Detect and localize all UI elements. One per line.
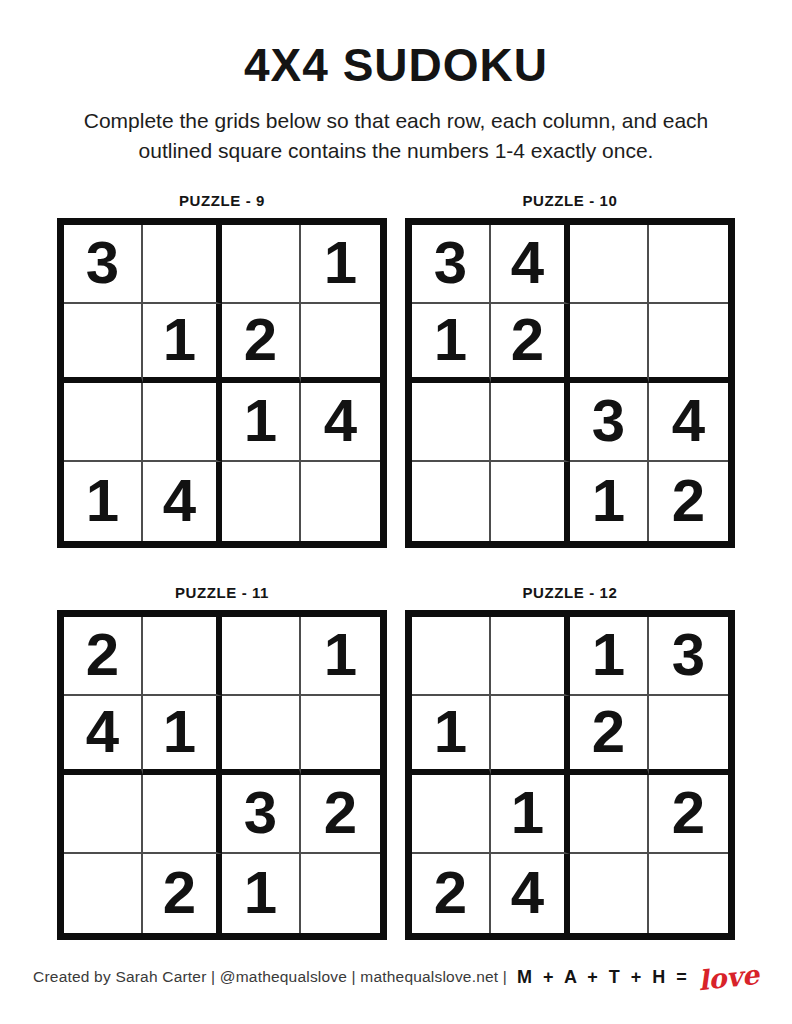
sudoku-cell-r1c3[interactable] bbox=[222, 617, 301, 696]
credit-text: Created by Sarah Carter | @mathequalslov… bbox=[33, 968, 507, 986]
puzzle-10-title: PUZZLE - 10 bbox=[523, 192, 618, 209]
sudoku-cell-r4c3: 1 bbox=[570, 462, 649, 541]
puzzle-11-board: 21413221 bbox=[57, 610, 387, 940]
math-equals-brand: M + A + T + H = bbox=[517, 967, 690, 988]
sudoku-cell-r1c2[interactable] bbox=[143, 617, 222, 696]
sudoku-cell-r2c4[interactable] bbox=[301, 304, 380, 383]
sudoku-cell-r1c4: 1 bbox=[301, 617, 380, 696]
sudoku-cell-r4c3[interactable] bbox=[570, 854, 649, 933]
sudoku-cell-r1c1[interactable] bbox=[412, 617, 491, 696]
sudoku-cell-r3c2: 1 bbox=[491, 775, 570, 854]
sudoku-cell-r2c3: 2 bbox=[570, 696, 649, 775]
sudoku-cell-r3c3: 3 bbox=[570, 383, 649, 462]
sudoku-cell-r2c3[interactable] bbox=[570, 304, 649, 383]
sudoku-cell-r4c4[interactable] bbox=[301, 854, 380, 933]
sudoku-cell-r3c4: 4 bbox=[649, 383, 728, 462]
puzzle-9-board: 31121414 bbox=[57, 218, 387, 548]
sudoku-cell-r4c1[interactable] bbox=[64, 854, 143, 933]
sudoku-cell-r1c4[interactable] bbox=[649, 225, 728, 304]
sudoku-cell-r1c2[interactable] bbox=[491, 617, 570, 696]
sudoku-cell-r4c2: 2 bbox=[143, 854, 222, 933]
sudoku-cell-r2c3[interactable] bbox=[222, 696, 301, 775]
sudoku-cell-r3c3: 3 bbox=[222, 775, 301, 854]
sudoku-cell-r4c2: 4 bbox=[491, 854, 570, 933]
sudoku-cell-r2c2[interactable] bbox=[491, 696, 570, 775]
sudoku-cell-r4c4[interactable] bbox=[649, 854, 728, 933]
worksheet-page: 4X4 SUDOKU Complete the grids below so t… bbox=[0, 0, 792, 1024]
sudoku-cell-r3c1[interactable] bbox=[412, 775, 491, 854]
sudoku-cell-r1c1: 3 bbox=[64, 225, 143, 304]
puzzle-9-title: PUZZLE - 9 bbox=[179, 192, 265, 209]
sudoku-cell-r3c2[interactable] bbox=[143, 383, 222, 462]
sudoku-cell-r3c1[interactable] bbox=[412, 383, 491, 462]
sudoku-cell-r2c1: 1 bbox=[412, 304, 491, 383]
sudoku-cell-r4c2[interactable] bbox=[491, 462, 570, 541]
sudoku-cell-r4c3[interactable] bbox=[222, 462, 301, 541]
sudoku-cell-r4c1[interactable] bbox=[412, 462, 491, 541]
sudoku-cell-r4c4[interactable] bbox=[301, 462, 380, 541]
sudoku-cell-r4c4: 2 bbox=[649, 462, 728, 541]
sudoku-cell-r3c3[interactable] bbox=[570, 775, 649, 854]
sudoku-cell-r4c1: 2 bbox=[412, 854, 491, 933]
sudoku-cell-r2c2: 1 bbox=[143, 304, 222, 383]
sudoku-cell-r4c2: 4 bbox=[143, 462, 222, 541]
sudoku-cell-r1c1: 3 bbox=[412, 225, 491, 304]
page-title: 4X4 SUDOKU bbox=[0, 0, 792, 92]
sudoku-cell-r1c2[interactable] bbox=[143, 225, 222, 304]
sudoku-cell-r2c1[interactable] bbox=[64, 304, 143, 383]
puzzle-10-board: 34123412 bbox=[405, 218, 735, 548]
sudoku-cell-r3c4: 4 bbox=[301, 383, 380, 462]
puzzle-12-title: PUZZLE - 12 bbox=[523, 584, 618, 601]
sudoku-cell-r2c3: 2 bbox=[222, 304, 301, 383]
sudoku-cell-r2c4[interactable] bbox=[649, 696, 728, 775]
sudoku-cell-r1c4: 1 bbox=[301, 225, 380, 304]
sudoku-cell-r4c1: 1 bbox=[64, 462, 143, 541]
sudoku-cell-r1c3: 1 bbox=[570, 617, 649, 696]
sudoku-cell-r2c4[interactable] bbox=[649, 304, 728, 383]
sudoku-cell-r2c2: 2 bbox=[491, 304, 570, 383]
puzzle-11-title: PUZZLE - 11 bbox=[175, 584, 269, 601]
sudoku-cell-r2c4[interactable] bbox=[301, 696, 380, 775]
sudoku-cell-r1c3[interactable] bbox=[222, 225, 301, 304]
puzzle-11-block: PUZZLE - 11 21413221 bbox=[57, 584, 387, 940]
sudoku-cell-r3c4: 2 bbox=[649, 775, 728, 854]
sudoku-cell-r3c3: 1 bbox=[222, 383, 301, 462]
sudoku-cell-r4c3: 1 bbox=[222, 854, 301, 933]
sudoku-cell-r3c1[interactable] bbox=[64, 383, 143, 462]
puzzle-9-block: PUZZLE - 9 31121414 bbox=[57, 192, 387, 548]
sudoku-cell-r1c2: 4 bbox=[491, 225, 570, 304]
love-script-logo: love bbox=[696, 959, 760, 996]
sudoku-cell-r2c1: 1 bbox=[412, 696, 491, 775]
sudoku-cell-r1c3[interactable] bbox=[570, 225, 649, 304]
sudoku-cell-r3c4: 2 bbox=[301, 775, 380, 854]
sudoku-cell-r2c2: 1 bbox=[143, 696, 222, 775]
puzzle-grid-area: PUZZLE - 9 31121414 PUZZLE - 10 34123412… bbox=[0, 192, 792, 940]
instructions-text: Complete the grids below so that each ro… bbox=[60, 106, 732, 166]
sudoku-cell-r1c4: 3 bbox=[649, 617, 728, 696]
puzzle-12-board: 13121224 bbox=[405, 610, 735, 940]
sudoku-cell-r3c2[interactable] bbox=[143, 775, 222, 854]
puzzle-10-block: PUZZLE - 10 34123412 bbox=[405, 192, 735, 548]
puzzle-12-block: PUZZLE - 12 13121224 bbox=[405, 584, 735, 940]
sudoku-cell-r2c1: 4 bbox=[64, 696, 143, 775]
footer: Created by Sarah Carter | @mathequalslov… bbox=[0, 962, 792, 993]
sudoku-cell-r1c1: 2 bbox=[64, 617, 143, 696]
sudoku-cell-r3c1[interactable] bbox=[64, 775, 143, 854]
sudoku-cell-r3c2[interactable] bbox=[491, 383, 570, 462]
